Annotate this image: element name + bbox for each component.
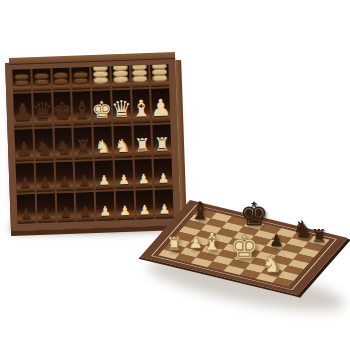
light-pawn-icon: ♟ — [119, 204, 131, 217]
case-cell-r2c7: ♜ — [153, 124, 172, 157]
case-cell-r0c0 — [12, 69, 31, 92]
light-checkers-stack — [152, 64, 168, 82]
light-pawn-icon: ♟ — [151, 96, 170, 120]
product-photo-scene: ♟♛♚♝♚♛♝♟♟♞♞♜♞♞♜♜♟♟♟♟♟♟♟♟♟♟♟♟♟♟♟♟ ♚♞♜♝♟♟♝… — [0, 0, 350, 350]
light-knight-icon: ♞ — [114, 137, 131, 156]
case-cell-r0c1 — [32, 68, 51, 91]
dark-pawn-icon: ♟ — [79, 205, 91, 218]
case-cell-r4c1: ♟ — [36, 193, 55, 223]
dark-queen-icon: ♛ — [33, 100, 52, 124]
case-cell-r1c0: ♟ — [13, 93, 32, 128]
light-rook-icon: ♜ — [134, 136, 151, 155]
dark-bishop-icon: ♝ — [72, 99, 91, 123]
case-cell-r1c4: ♚ — [92, 90, 111, 125]
light-checkers-stack — [93, 66, 109, 84]
light-queen-icon: ♛ — [112, 98, 131, 122]
light-bishop-icon: ♝ — [132, 97, 151, 121]
dark-knight-icon: ♞ — [35, 139, 52, 158]
case-cell-r4c4: ♟ — [96, 191, 115, 221]
case-cell-r0c2 — [52, 68, 71, 91]
dark-disc — [34, 79, 49, 87]
dark-knight-icon: ♞ — [55, 139, 72, 158]
dark-checkers-stack — [14, 74, 29, 87]
dark-pawn-icon: ♟ — [40, 206, 52, 219]
light-pawn-icon: ♟ — [139, 203, 151, 216]
case-cell-r4c6: ♟ — [135, 190, 154, 220]
case-cell-r3c7: ♟ — [154, 158, 173, 188]
dark-disc — [73, 77, 88, 85]
case-cell-r0c4 — [91, 66, 110, 89]
light-pawn-icon: ♟ — [138, 172, 150, 185]
case-cell-r2c4: ♞ — [93, 126, 112, 159]
dark-pawn-icon: ♟ — [60, 206, 72, 219]
case-bottom-edge — [11, 225, 181, 236]
case-cell-r2c1: ♞ — [34, 128, 53, 161]
dark-pawn-icon: ♟ — [39, 176, 51, 189]
case-cell-r3c2: ♟ — [55, 162, 74, 192]
case-cell-r1c1: ♛ — [33, 92, 52, 127]
case-cell-r3c5: ♟ — [114, 160, 133, 190]
case-cell-r2c3: ♜ — [74, 127, 93, 160]
case-cell-r3c1: ♟ — [35, 162, 54, 192]
dark-pawn-icon: ♟ — [20, 207, 32, 220]
dark-pawn-icon: ♟ — [16, 140, 33, 159]
light-knight-icon: ♞ — [95, 137, 112, 156]
light-disc — [133, 75, 148, 83]
case-cell-r2c2: ♞ — [54, 128, 73, 161]
case-lid-edge — [9, 52, 175, 65]
case-cell-r0c7 — [151, 64, 170, 87]
case-cell-r3c0: ♟ — [16, 163, 35, 193]
case-cell-r3c4: ♟ — [95, 160, 114, 190]
dark-pawn-icon: ♟ — [13, 101, 32, 125]
light-king-icon: ♚ — [92, 98, 111, 122]
case-cell-r0c3 — [72, 67, 91, 90]
light-disc — [152, 74, 167, 82]
light-pawn-icon: ♟ — [98, 173, 110, 186]
dark-disc — [14, 79, 29, 87]
case-cell-r1c6: ♝ — [132, 89, 151, 124]
case-cell-r0c5 — [111, 66, 130, 89]
light-pawn-icon: ♟ — [99, 204, 111, 217]
light-checkers-stack — [132, 65, 148, 83]
light-rook-icon: ♜ — [154, 135, 171, 154]
dark-checkers-stack — [73, 72, 88, 85]
dark-pawn-icon: ♟ — [59, 175, 71, 188]
case-cell-r3c6: ♟ — [134, 159, 153, 189]
case-cell-r1c7: ♟ — [151, 88, 170, 123]
case-cell-r3c3: ♟ — [75, 161, 94, 191]
case-cell-r1c5: ♛ — [112, 90, 131, 125]
case-compartment-grid: ♟♛♚♝♚♛♝♟♟♞♞♜♞♞♜♜♟♟♟♟♟♟♟♟♟♟♟♟♟♟♟♟ — [12, 64, 173, 223]
dark-king-icon: ♚ — [53, 100, 72, 124]
case-cell-r2c0: ♟ — [14, 129, 33, 162]
case-cell-r4c3: ♟ — [76, 192, 95, 222]
dark-checkers-stack — [34, 74, 49, 87]
dark-checkers-stack — [53, 73, 68, 86]
case-cell-r2c5: ♞ — [113, 126, 132, 159]
piece-storage-case: ♟♛♚♝♚♛♝♟♟♞♞♜♞♞♜♜♟♟♟♟♟♟♟♟♟♟♟♟♟♟♟♟ — [5, 57, 181, 231]
case-cell-r0c6 — [131, 65, 150, 88]
case-cell-r1c3: ♝ — [72, 91, 91, 126]
case-cell-r4c2: ♟ — [56, 193, 75, 223]
light-disc — [93, 76, 108, 84]
dark-rook-icon: ♜ — [75, 138, 92, 157]
case-side-panel — [175, 60, 187, 220]
case-cell-r1c2: ♚ — [53, 92, 72, 127]
dark-disc — [54, 78, 69, 86]
light-pawn-icon: ♟ — [157, 171, 169, 184]
light-pawn-icon: ♟ — [118, 173, 130, 186]
light-checkers-stack — [112, 66, 128, 84]
light-pawn-icon: ♟ — [158, 202, 170, 215]
case-cell-r4c7: ♟ — [155, 189, 174, 219]
light-disc — [113, 76, 128, 84]
case-cell-r4c5: ♟ — [115, 191, 134, 221]
case-cell-r2c6: ♜ — [133, 125, 152, 158]
dark-pawn-icon: ♟ — [78, 174, 90, 187]
dark-pawn-icon: ♟ — [19, 176, 31, 189]
case-cell-r4c0: ♟ — [17, 194, 36, 224]
